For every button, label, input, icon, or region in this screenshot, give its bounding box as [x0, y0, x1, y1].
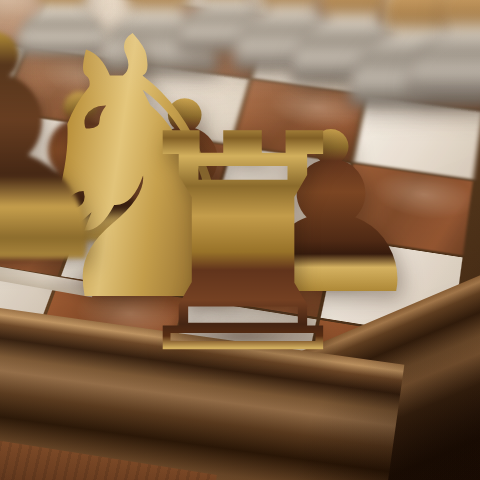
white-rook-d1: ♜ [115, 96, 371, 396]
white-pawn-b1-glyph: ♟ [0, 0, 133, 306]
white-rook-d1-glyph: ♜ [115, 96, 371, 396]
white-pawn-b1: ♟ [0, 0, 133, 306]
chess-photo-scene: ♟♟♞♟♜♟♟♟♟♟♟♟♟ [0, 0, 480, 480]
